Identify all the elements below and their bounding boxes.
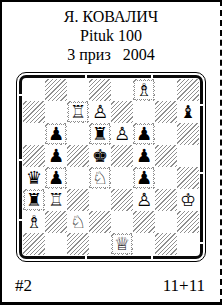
piece-black-bishop: ♝ bbox=[178, 102, 198, 122]
square-f2 bbox=[133, 211, 155, 233]
tourney-name: Pituk 100 bbox=[2, 26, 220, 45]
board-inner-frame: ♗♖♙♝♟♜♙♟♟♚♟♛♟♘♟♜♖♙♔♗♘♕ bbox=[19, 75, 203, 259]
square-b5: ♟ bbox=[45, 145, 67, 167]
frame-notch bbox=[151, 74, 153, 78]
square-c1 bbox=[67, 233, 89, 255]
square-g6 bbox=[155, 123, 177, 145]
award-year: 3 приз 2004 bbox=[2, 45, 220, 64]
square-e6: ♙ bbox=[111, 123, 133, 145]
square-d5: ♚ bbox=[89, 145, 111, 167]
frame-notch bbox=[18, 94, 22, 96]
square-e2 bbox=[111, 211, 133, 233]
piece-white-rook: ♖ bbox=[46, 190, 66, 210]
piece-white-knight: ♘ bbox=[68, 212, 88, 232]
piece-black-rook: ♜ bbox=[90, 124, 110, 144]
square-h4 bbox=[177, 167, 199, 189]
square-b2 bbox=[45, 211, 67, 233]
stipulation-label: #2 bbox=[15, 276, 32, 296]
piece-black-pawn: ♟ bbox=[46, 168, 66, 188]
frame-notch bbox=[18, 219, 22, 221]
square-a2: ♗ bbox=[23, 211, 45, 233]
frame-notch bbox=[200, 104, 204, 106]
piece-black-pawn: ♟ bbox=[134, 168, 154, 188]
piece-black-rook: ♜ bbox=[24, 190, 44, 210]
square-b3: ♖ bbox=[45, 189, 67, 211]
square-b6: ♟ bbox=[45, 123, 67, 145]
diagram-footer: #2 11+11 bbox=[2, 276, 220, 302]
square-a5 bbox=[23, 145, 45, 167]
square-d6: ♜ bbox=[89, 123, 111, 145]
square-a6 bbox=[23, 123, 45, 145]
square-e4 bbox=[111, 167, 133, 189]
square-f8: ♗ bbox=[133, 79, 155, 101]
chess-board: ♗♖♙♝♟♜♙♟♟♚♟♛♟♘♟♜♖♙♔♗♘♕ bbox=[23, 79, 199, 255]
board-area: ♗♖♙♝♟♜♙♟♟♚♟♛♟♘♟♜♖♙♔♗♘♕ bbox=[2, 72, 220, 262]
square-d4: ♘ bbox=[89, 167, 111, 189]
piece-black-pawn: ♟ bbox=[46, 124, 66, 144]
square-g8 bbox=[155, 79, 177, 101]
square-e7 bbox=[111, 101, 133, 123]
square-c2: ♘ bbox=[67, 211, 89, 233]
piece-white-bishop: ♗ bbox=[134, 80, 154, 100]
square-f1 bbox=[133, 233, 155, 255]
piece-white-rook: ♖ bbox=[68, 102, 88, 122]
square-c5 bbox=[67, 145, 89, 167]
square-a7 bbox=[23, 101, 45, 123]
square-e8 bbox=[111, 79, 133, 101]
problem-card: Я. КОВАЛИЧ Pituk 100 3 приз 2004 ♗♖♙♝♟♜♙… bbox=[0, 0, 222, 305]
square-e1: ♕ bbox=[111, 233, 133, 255]
square-g4 bbox=[155, 167, 177, 189]
piece-black-queen: ♛ bbox=[24, 168, 44, 188]
frame-notch bbox=[85, 256, 87, 260]
square-a3: ♜ bbox=[23, 189, 45, 211]
square-c3 bbox=[67, 189, 89, 211]
square-g5 bbox=[155, 145, 177, 167]
frame-notch bbox=[200, 172, 204, 174]
material-count: 11+11 bbox=[163, 276, 205, 296]
square-h1 bbox=[177, 233, 199, 255]
square-b7 bbox=[45, 101, 67, 123]
square-d3 bbox=[89, 189, 111, 211]
square-g7 bbox=[155, 101, 177, 123]
piece-black-pawn: ♟ bbox=[46, 146, 66, 166]
piece-white-king: ♔ bbox=[178, 190, 198, 210]
piece-white-queen: ♕ bbox=[112, 234, 132, 254]
square-b1 bbox=[45, 233, 67, 255]
square-b4: ♟ bbox=[45, 167, 67, 189]
square-f6: ♟ bbox=[133, 123, 155, 145]
square-f5: ♟ bbox=[133, 145, 155, 167]
diagram-header: Я. КОВАЛИЧ Pituk 100 3 приз 2004 bbox=[2, 2, 220, 64]
square-f7 bbox=[133, 101, 155, 123]
frame-notch bbox=[151, 256, 153, 260]
piece-white-pawn: ♙ bbox=[112, 124, 132, 144]
piece-white-knight: ♘ bbox=[90, 168, 110, 188]
square-c7: ♖ bbox=[67, 101, 89, 123]
square-h2 bbox=[177, 211, 199, 233]
square-c6 bbox=[67, 123, 89, 145]
square-g3 bbox=[155, 189, 177, 211]
square-h6 bbox=[177, 123, 199, 145]
square-h5 bbox=[177, 145, 199, 167]
square-f3: ♙ bbox=[133, 189, 155, 211]
square-c4 bbox=[67, 167, 89, 189]
square-e3 bbox=[111, 189, 133, 211]
square-d8 bbox=[89, 79, 111, 101]
square-e5 bbox=[111, 145, 133, 167]
piece-black-pawn: ♟ bbox=[134, 124, 154, 144]
piece-black-pawn: ♟ bbox=[134, 146, 154, 166]
author-name: Я. КОВАЛИЧ bbox=[2, 7, 220, 26]
square-a4: ♛ bbox=[23, 167, 45, 189]
square-g2 bbox=[155, 211, 177, 233]
square-c8 bbox=[67, 79, 89, 101]
square-h7: ♝ bbox=[177, 101, 199, 123]
piece-black-king: ♚ bbox=[90, 146, 110, 166]
frame-notch bbox=[200, 242, 204, 244]
piece-white-pawn: ♙ bbox=[90, 102, 110, 122]
square-a8 bbox=[23, 79, 45, 101]
square-h3: ♔ bbox=[177, 189, 199, 211]
square-a1 bbox=[23, 233, 45, 255]
square-d1 bbox=[89, 233, 111, 255]
piece-white-pawn: ♙ bbox=[134, 190, 154, 210]
square-b8 bbox=[45, 79, 67, 101]
piece-white-bishop: ♗ bbox=[24, 212, 44, 232]
square-h8 bbox=[177, 79, 199, 101]
square-f4: ♟ bbox=[133, 167, 155, 189]
board-outer-frame: ♗♖♙♝♟♜♙♟♟♚♟♛♟♘♟♜♖♙♔♗♘♕ bbox=[16, 72, 206, 262]
square-d7: ♙ bbox=[89, 101, 111, 123]
frame-notch bbox=[85, 74, 87, 78]
square-d2 bbox=[89, 211, 111, 233]
frame-notch bbox=[18, 159, 22, 161]
square-g1 bbox=[155, 233, 177, 255]
